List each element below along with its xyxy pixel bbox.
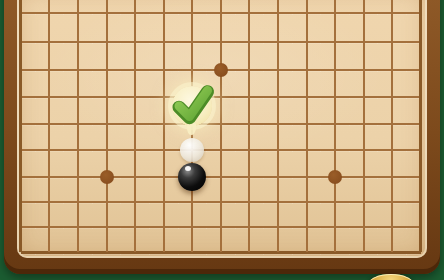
intersection-h5[interactable]: [207, 137, 236, 163]
intersection-a4[interactable]: [7, 164, 36, 190]
intersection-i8[interactable]: [235, 56, 264, 84]
intersection-e4[interactable]: [121, 164, 150, 190]
intersection-j7[interactable]: [264, 84, 293, 111]
intersection-n6[interactable]: [378, 111, 407, 138]
intersection-l9[interactable]: [321, 27, 350, 56]
intersection-o5[interactable]: [407, 137, 436, 163]
intersection-d5[interactable]: [92, 137, 121, 163]
intersection-b7[interactable]: [35, 84, 64, 111]
intersection-j9[interactable]: [264, 27, 293, 56]
gold-button-peek[interactable]: [368, 274, 414, 280]
intersection-o10[interactable]: [407, 0, 436, 27]
intersection-l4[interactable]: [321, 164, 350, 190]
intersection-l3[interactable]: [321, 190, 350, 216]
intersection-g5: ●: [178, 137, 207, 163]
intersection-k4[interactable]: [292, 164, 321, 190]
intersection-i3[interactable]: [235, 190, 264, 216]
intersection-g4: ●: [178, 164, 207, 190]
intersection-b9[interactable]: [35, 27, 64, 56]
intersection-b6[interactable]: [35, 111, 64, 138]
intersection-n10[interactable]: [378, 0, 407, 27]
intersection-i6[interactable]: [235, 111, 264, 138]
intersection-n9[interactable]: [378, 27, 407, 56]
intersection-j3[interactable]: [264, 190, 293, 216]
pending-white-stone[interactable]: ●: [180, 138, 204, 162]
intersection-c8[interactable]: [64, 56, 93, 84]
intersection-b10[interactable]: [35, 0, 64, 27]
intersection-b8[interactable]: [35, 56, 64, 84]
intersection-o3[interactable]: [407, 190, 436, 216]
intersection-d6[interactable]: [92, 111, 121, 138]
intersection-n1[interactable]: [378, 240, 407, 265]
intersection-f8[interactable]: [149, 56, 178, 84]
intersection-d4[interactable]: [92, 164, 121, 190]
intersection-b4[interactable]: [35, 164, 64, 190]
intersection-g8[interactable]: [178, 56, 207, 84]
intersection-a9[interactable]: [7, 27, 36, 56]
intersection-n3[interactable]: [378, 190, 407, 216]
intersection-f1[interactable]: [149, 240, 178, 265]
intersection-g10[interactable]: [178, 0, 207, 27]
star-point: [100, 170, 114, 184]
black-stone: ●: [178, 163, 206, 191]
star-point: [328, 170, 342, 184]
intersection-o6[interactable]: [407, 111, 436, 138]
intersection-c9[interactable]: [64, 27, 93, 56]
intersection-i2[interactable]: [235, 215, 264, 240]
intersection-g9[interactable]: [178, 27, 207, 56]
intersection-e5[interactable]: [121, 137, 150, 163]
intersection-c6[interactable]: [64, 111, 93, 138]
board-grid: ●●: [7, 0, 435, 264]
intersection-d9[interactable]: [92, 27, 121, 56]
intersection-j2[interactable]: [264, 215, 293, 240]
intersection-k10[interactable]: [292, 0, 321, 27]
intersection-o8[interactable]: [407, 56, 436, 84]
star-point: [214, 63, 228, 77]
intersection-e9[interactable]: [121, 27, 150, 56]
intersection-e1[interactable]: [121, 240, 150, 265]
intersection-c2[interactable]: [64, 215, 93, 240]
game-screen: ●●: [0, 0, 444, 280]
intersection-i10[interactable]: [235, 0, 264, 27]
intersection-o4[interactable]: [407, 164, 436, 190]
intersection-j6[interactable]: [264, 111, 293, 138]
intersection-f9[interactable]: [149, 27, 178, 56]
intersection-n7[interactable]: [378, 84, 407, 111]
intersection-k2[interactable]: [292, 215, 321, 240]
intersection-b3[interactable]: [35, 190, 64, 216]
intersection-n2[interactable]: [378, 215, 407, 240]
intersection-j10[interactable]: [264, 0, 293, 27]
intersection-d8[interactable]: [92, 56, 121, 84]
intersection-m5[interactable]: [349, 137, 378, 163]
intersection-c4[interactable]: [64, 164, 93, 190]
intersection-a1[interactable]: [7, 240, 36, 265]
intersection-m6[interactable]: [349, 111, 378, 138]
intersection-a3[interactable]: [7, 190, 36, 216]
intersection-b1[interactable]: [35, 240, 64, 265]
intersection-i1[interactable]: [235, 240, 264, 265]
intersection-a7[interactable]: [7, 84, 36, 111]
intersection-h10[interactable]: [207, 0, 236, 27]
intersection-e7[interactable]: [121, 84, 150, 111]
intersection-a10[interactable]: [7, 0, 36, 27]
check-icon: [169, 81, 215, 127]
intersection-j5[interactable]: [264, 137, 293, 163]
intersection-l8[interactable]: [321, 56, 350, 84]
intersection-j4[interactable]: [264, 164, 293, 190]
intersection-a5[interactable]: [7, 137, 36, 163]
intersection-b5[interactable]: [35, 137, 64, 163]
intersection-i5[interactable]: [235, 137, 264, 163]
intersection-k1[interactable]: [292, 240, 321, 265]
intersection-d7[interactable]: [92, 84, 121, 111]
intersection-l10[interactable]: [321, 0, 350, 27]
intersection-k9[interactable]: [292, 27, 321, 56]
intersection-i7[interactable]: [235, 84, 264, 111]
intersection-h4[interactable]: [207, 164, 236, 190]
intersection-c5[interactable]: [64, 137, 93, 163]
intersection-l1[interactable]: [321, 240, 350, 265]
intersection-g3[interactable]: [178, 190, 207, 216]
intersection-d10[interactable]: [92, 0, 121, 27]
intersection-f3[interactable]: [149, 190, 178, 216]
intersection-b2[interactable]: [35, 215, 64, 240]
intersection-c10[interactable]: [64, 0, 93, 27]
intersection-d3[interactable]: [92, 190, 121, 216]
intersection-k3[interactable]: [292, 190, 321, 216]
intersection-h9[interactable]: [207, 27, 236, 56]
intersection-o2[interactable]: [407, 215, 436, 240]
intersection-m10[interactable]: [349, 0, 378, 27]
intersection-m1[interactable]: [349, 240, 378, 265]
intersection-o1[interactable]: [407, 240, 436, 265]
intersection-f5[interactable]: [149, 137, 178, 163]
intersection-i4[interactable]: [235, 164, 264, 190]
intersection-j1[interactable]: [264, 240, 293, 265]
intersection-m2[interactable]: [349, 215, 378, 240]
intersection-k7[interactable]: [292, 84, 321, 111]
intersection-e10[interactable]: [121, 0, 150, 27]
intersection-e6[interactable]: [121, 111, 150, 138]
confirm-move-button[interactable]: [172, 86, 212, 126]
intersection-g1[interactable]: [178, 240, 207, 265]
intersection-n8[interactable]: [378, 56, 407, 84]
intersection-h2[interactable]: [207, 215, 236, 240]
intersection-c1[interactable]: [64, 240, 93, 265]
intersection-j8[interactable]: [264, 56, 293, 84]
intersection-d1[interactable]: [92, 240, 121, 265]
intersection-l5[interactable]: [321, 137, 350, 163]
intersection-a6[interactable]: [7, 111, 36, 138]
intersection-a2[interactable]: [7, 215, 36, 240]
intersection-i9[interactable]: [235, 27, 264, 56]
intersection-n5[interactable]: [378, 137, 407, 163]
intersection-l7[interactable]: [321, 84, 350, 111]
intersection-h1[interactable]: [207, 240, 236, 265]
intersection-a8[interactable]: [7, 56, 36, 84]
intersection-k8[interactable]: [292, 56, 321, 84]
intersection-f10[interactable]: [149, 0, 178, 27]
intersection-f2[interactable]: [149, 215, 178, 240]
intersection-m9[interactable]: [349, 27, 378, 56]
intersection-h8[interactable]: [207, 56, 236, 84]
intersection-e2[interactable]: [121, 215, 150, 240]
intersection-d2[interactable]: [92, 215, 121, 240]
intersection-f4[interactable]: [149, 164, 178, 190]
intersection-m8[interactable]: [349, 56, 378, 84]
intersection-c7[interactable]: [64, 84, 93, 111]
intersection-o7[interactable]: [407, 84, 436, 111]
intersection-e8[interactable]: [121, 56, 150, 84]
intersection-l6[interactable]: [321, 111, 350, 138]
intersection-k6[interactable]: [292, 111, 321, 138]
intersection-l2[interactable]: [321, 215, 350, 240]
intersection-o9[interactable]: [407, 27, 436, 56]
intersection-k5[interactable]: [292, 137, 321, 163]
intersection-c3[interactable]: [64, 190, 93, 216]
intersection-g2[interactable]: [178, 215, 207, 240]
intersection-n4[interactable]: [378, 164, 407, 190]
intersection-h3[interactable]: [207, 190, 236, 216]
intersection-m3[interactable]: [349, 190, 378, 216]
intersection-e3[interactable]: [121, 190, 150, 216]
intersection-m4[interactable]: [349, 164, 378, 190]
intersection-m7[interactable]: [349, 84, 378, 111]
